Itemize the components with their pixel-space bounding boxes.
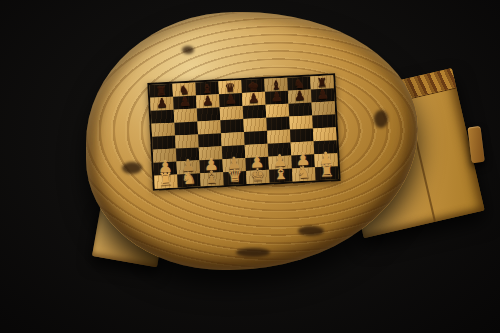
square-h8[interactable]: ♜: [310, 75, 334, 89]
square-b6[interactable]: [174, 108, 198, 122]
square-e3[interactable]: [245, 144, 269, 158]
square-a3[interactable]: [153, 149, 177, 163]
wood-knot: [298, 226, 324, 236]
square-g3[interactable]: [291, 141, 315, 155]
wood-knot: [236, 248, 270, 257]
square-d1[interactable]: ♛: [223, 171, 247, 185]
dark-bishop: ♝: [202, 83, 213, 96]
square-b2[interactable]: ♟: [176, 160, 200, 174]
square-d3[interactable]: [222, 145, 246, 159]
square-b8[interactable]: ♞: [172, 82, 196, 96]
square-e5[interactable]: [243, 118, 267, 132]
dark-pawn: ♟: [225, 94, 237, 107]
wood-knot: [182, 46, 194, 54]
dark-queen: ♛: [224, 81, 235, 94]
square-a4[interactable]: [152, 136, 176, 150]
square-g7[interactable]: ♟: [288, 89, 312, 103]
wood-knot: [374, 110, 388, 128]
square-e6[interactable]: [243, 105, 267, 119]
square-a1[interactable]: ♜: [154, 175, 178, 189]
square-h3[interactable]: [314, 140, 338, 154]
square-c5[interactable]: [197, 120, 221, 134]
dark-knight: ♞: [179, 84, 190, 97]
square-h1[interactable]: ♜: [315, 166, 339, 180]
square-e7[interactable]: ♟: [242, 92, 266, 106]
square-d4[interactable]: [221, 132, 245, 146]
square-h2[interactable]: ♟: [314, 153, 338, 167]
square-c8[interactable]: ♝: [195, 81, 219, 95]
dark-knight: ♞: [293, 78, 304, 91]
dark-pawn: ♟: [179, 96, 191, 109]
dark-pawn: ♟: [317, 89, 329, 102]
square-h6[interactable]: [312, 101, 336, 115]
square-e4[interactable]: [244, 131, 268, 145]
square-a2[interactable]: ♟: [153, 162, 177, 176]
square-f7[interactable]: ♟: [265, 91, 289, 105]
square-c1[interactable]: ♝: [200, 172, 224, 186]
square-c7[interactable]: ♟: [196, 94, 220, 108]
square-b4[interactable]: [175, 134, 199, 148]
dark-pawn: ♟: [271, 91, 283, 104]
square-g6[interactable]: [289, 102, 313, 116]
square-a6[interactable]: [151, 110, 175, 124]
square-a7[interactable]: ♟: [150, 97, 174, 111]
square-h7[interactable]: ♟: [311, 88, 335, 102]
square-f3[interactable]: [268, 143, 292, 157]
square-f2[interactable]: ♟: [268, 156, 292, 170]
chess-board: ♜♞♝♛♚♝♞♜♟♟♟♟♟♟♟♟♟♟♟♟♟♟♟♟♜♞♝♛♚♝♞♜: [147, 73, 340, 191]
square-d7[interactable]: ♟: [219, 93, 243, 107]
square-c4[interactable]: [198, 133, 222, 147]
square-a5[interactable]: [151, 123, 175, 137]
dark-bishop: ♝: [270, 79, 281, 92]
square-g8[interactable]: ♞: [287, 76, 311, 90]
dark-pawn: ♟: [202, 95, 214, 108]
square-e1[interactable]: ♚: [246, 170, 270, 184]
square-a8[interactable]: ♜: [149, 84, 173, 98]
square-b1[interactable]: ♞: [177, 173, 201, 187]
square-f4[interactable]: [267, 130, 291, 144]
square-f8[interactable]: ♝: [264, 78, 288, 92]
square-f1[interactable]: ♝: [269, 169, 293, 183]
square-f5[interactable]: [266, 117, 290, 131]
square-c2[interactable]: ♟: [199, 159, 223, 173]
product-photo-scene: ♜♞♝♛♚♝♞♜♟♟♟♟♟♟♟♟♟♟♟♟♟♟♟♟♜♞♝♛♚♝♞♜: [0, 0, 500, 333]
square-h5[interactable]: [312, 114, 336, 128]
square-g5[interactable]: [289, 115, 313, 129]
dark-pawn: ♟: [248, 92, 260, 105]
square-g2[interactable]: ♟: [291, 154, 315, 168]
square-b3[interactable]: [176, 147, 200, 161]
dark-rook: ♜: [316, 77, 327, 90]
square-c3[interactable]: [199, 146, 223, 160]
dark-pawn: ♟: [294, 90, 306, 103]
square-f6[interactable]: [266, 104, 290, 118]
square-d2[interactable]: ♟: [222, 158, 246, 172]
square-e2[interactable]: ♟: [245, 157, 269, 171]
wood-knot: [122, 162, 142, 174]
dark-pawn: ♟: [156, 97, 168, 110]
square-g4[interactable]: [290, 128, 314, 142]
square-b7[interactable]: ♟: [173, 95, 197, 109]
dark-rook: ♜: [156, 85, 167, 98]
square-e8[interactable]: ♚: [241, 79, 265, 93]
square-d8[interactable]: ♛: [218, 80, 242, 94]
square-g1[interactable]: ♞: [292, 167, 316, 181]
square-c6[interactable]: [197, 107, 221, 121]
drawer-knob: [468, 126, 485, 163]
square-h4[interactable]: [313, 127, 337, 141]
square-d5[interactable]: [220, 119, 244, 133]
dark-king: ♚: [247, 80, 258, 93]
square-b5[interactable]: [174, 121, 198, 135]
square-d6[interactable]: [220, 106, 244, 120]
